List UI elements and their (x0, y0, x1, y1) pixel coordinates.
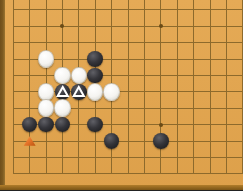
intersection-E6[interactable] (71, 84, 87, 100)
intersection-N4[interactable] (202, 116, 218, 132)
intersection-D9[interactable] (54, 34, 70, 50)
intersection-D7[interactable] (54, 67, 70, 83)
intersection-C11[interactable] (38, 2, 54, 18)
intersection-L7[interactable] (169, 67, 185, 83)
black-stone-E6 (71, 84, 87, 100)
black-stone-C4 (38, 117, 54, 133)
intersection-G5[interactable] (103, 100, 119, 116)
intersection-D8[interactable] (54, 51, 70, 67)
intersection-G1[interactable] (103, 166, 119, 182)
intersection-P3[interactable] (235, 133, 243, 149)
intersection-C1[interactable] (38, 166, 54, 182)
intersection-K5[interactable] (153, 100, 169, 116)
intersection-J4[interactable] (136, 116, 152, 132)
intersection-E2[interactable] (71, 149, 87, 165)
intersection-A2[interactable] (5, 149, 21, 165)
intersection-H9[interactable] (120, 34, 136, 50)
intersection-B4[interactable] (21, 116, 37, 132)
intersection-D10[interactable] (54, 18, 70, 34)
intersection-K11[interactable] (153, 2, 169, 18)
intersection-A6[interactable] (5, 84, 21, 100)
intersection-P2[interactable] (235, 149, 243, 165)
intersection-J3[interactable] (136, 133, 152, 149)
intersection-E3[interactable] (71, 133, 87, 149)
intersection-P10[interactable] (235, 18, 243, 34)
intersection-C4[interactable] (38, 116, 54, 132)
intersection-E7[interactable] (71, 67, 87, 83)
intersection-E8[interactable] (71, 51, 87, 67)
intersection-D4[interactable] (54, 116, 70, 132)
intersection-L9[interactable] (169, 34, 185, 50)
intersection-B10[interactable] (21, 18, 37, 34)
intersection-G9[interactable] (103, 34, 119, 50)
intersection-F2[interactable] (87, 149, 103, 165)
intersection-F1[interactable] (87, 166, 103, 182)
intersection-K2[interactable] (153, 149, 169, 165)
intersection-C5[interactable] (38, 100, 54, 116)
intersection-C10[interactable] (38, 18, 54, 34)
intersection-A4[interactable] (5, 116, 21, 132)
intersection-E4[interactable] (71, 116, 87, 132)
intersection-O6[interactable] (218, 84, 234, 100)
intersection-G10[interactable] (103, 18, 119, 34)
intersection-J8[interactable] (136, 51, 152, 67)
intersection-C7[interactable] (38, 67, 54, 83)
intersection-D1[interactable] (54, 166, 70, 182)
star-point-K4 (159, 123, 163, 127)
intersection-N6[interactable] (202, 84, 218, 100)
intersection-G6[interactable] (103, 84, 119, 100)
intersection-F7[interactable] (87, 67, 103, 83)
intersection-P11[interactable] (235, 2, 243, 18)
intersection-G7[interactable] (103, 67, 119, 83)
intersection-A8[interactable] (5, 51, 21, 67)
white-stone-C8 (38, 50, 54, 68)
intersection-C2[interactable] (38, 149, 54, 165)
board-bottom-edge (0, 185, 243, 191)
intersection-E9[interactable] (71, 34, 87, 50)
intersection-A7[interactable] (5, 67, 21, 83)
intersection-P9[interactable] (235, 34, 243, 50)
intersection-J10[interactable] (136, 18, 152, 34)
black-stone-D4 (55, 117, 71, 133)
intersection-B3[interactable] (21, 133, 37, 149)
board-left-edge (0, 0, 5, 190)
intersection-F6[interactable] (87, 84, 103, 100)
intersection-K7[interactable] (153, 67, 169, 83)
intersection-O5[interactable] (218, 100, 234, 116)
intersection-P8[interactable] (235, 51, 243, 67)
black-stone-F4 (87, 117, 103, 133)
intersection-M1[interactable] (185, 166, 201, 182)
intersection-J2[interactable] (136, 149, 152, 165)
intersection-O10[interactable] (218, 18, 234, 34)
intersection-H7[interactable] (120, 67, 136, 83)
intersection-F9[interactable] (87, 34, 103, 50)
intersection-O4[interactable] (218, 116, 234, 132)
intersection-M3[interactable] (185, 133, 201, 149)
intersection-O3[interactable] (218, 133, 234, 149)
intersection-C8[interactable] (38, 51, 54, 67)
go-board (5, 2, 243, 182)
intersection-G4[interactable] (103, 116, 119, 132)
intersection-L5[interactable] (169, 100, 185, 116)
intersection-E1[interactable] (71, 166, 87, 182)
intersection-A3[interactable] (5, 133, 21, 149)
orange-triangle-marker-B3 (23, 136, 36, 147)
intersection-J7[interactable] (136, 67, 152, 83)
white-stone-C6 (38, 83, 54, 101)
intersection-N5[interactable] (202, 100, 218, 116)
intersection-K10[interactable] (153, 18, 169, 34)
intersection-B1[interactable] (21, 166, 37, 182)
intersection-M4[interactable] (185, 116, 201, 132)
intersection-M5[interactable] (185, 100, 201, 116)
intersection-L6[interactable] (169, 84, 185, 100)
intersection-A10[interactable] (5, 18, 21, 34)
intersection-A5[interactable] (5, 100, 21, 116)
intersection-O1[interactable] (218, 166, 234, 182)
intersection-G11[interactable] (103, 2, 119, 18)
intersection-N11[interactable] (202, 2, 218, 18)
intersection-H5[interactable] (120, 100, 136, 116)
intersection-O11[interactable] (218, 2, 234, 18)
white-triangle-mark-icon (71, 84, 87, 100)
white-stone-E7 (71, 67, 87, 85)
intersection-H4[interactable] (120, 116, 136, 132)
intersection-J9[interactable] (136, 34, 152, 50)
intersection-C6[interactable] (38, 84, 54, 100)
intersection-F11[interactable] (87, 2, 103, 18)
intersection-E10[interactable] (71, 18, 87, 34)
intersection-F8[interactable] (87, 51, 103, 67)
intersection-E11[interactable] (71, 2, 87, 18)
intersection-L1[interactable] (169, 166, 185, 182)
intersection-B2[interactable] (21, 149, 37, 165)
intersection-N1[interactable] (202, 166, 218, 182)
star-point-K10 (159, 24, 163, 28)
intersection-B6[interactable] (21, 84, 37, 100)
intersection-F10[interactable] (87, 18, 103, 34)
intersection-N8[interactable] (202, 51, 218, 67)
black-stone-G3 (104, 133, 120, 149)
intersection-N9[interactable] (202, 34, 218, 50)
intersection-K3[interactable] (153, 133, 169, 149)
intersection-F3[interactable] (87, 133, 103, 149)
intersection-L11[interactable] (169, 2, 185, 18)
intersection-G3[interactable] (103, 133, 119, 149)
intersection-D11[interactable] (54, 2, 70, 18)
intersection-B7[interactable] (21, 67, 37, 83)
intersection-M2[interactable] (185, 149, 201, 165)
black-stone-K3 (153, 133, 169, 149)
intersection-H11[interactable] (120, 2, 136, 18)
white-stone-C5 (38, 99, 54, 117)
intersection-K8[interactable] (153, 51, 169, 67)
white-stone-G6 (103, 83, 119, 101)
intersection-C9[interactable] (38, 34, 54, 50)
intersection-G8[interactable] (103, 51, 119, 67)
intersection-M11[interactable] (185, 2, 201, 18)
intersection-N2[interactable] (202, 149, 218, 165)
intersection-C3[interactable] (38, 133, 54, 149)
intersection-O2[interactable] (218, 149, 234, 165)
intersection-F4[interactable] (87, 116, 103, 132)
intersection-L4[interactable] (169, 116, 185, 132)
intersection-P4[interactable] (235, 116, 243, 132)
intersection-M10[interactable] (185, 18, 201, 34)
intersection-H3[interactable] (120, 133, 136, 149)
intersection-D5[interactable] (54, 100, 70, 116)
black-stone-D6 (55, 84, 71, 100)
intersection-N3[interactable] (202, 133, 218, 149)
intersection-L10[interactable] (169, 18, 185, 34)
intersection-M9[interactable] (185, 34, 201, 50)
intersection-J5[interactable] (136, 100, 152, 116)
intersection-L8[interactable] (169, 51, 185, 67)
intersection-P7[interactable] (235, 67, 243, 83)
intersection-J6[interactable] (136, 84, 152, 100)
intersection-O9[interactable] (218, 34, 234, 50)
intersection-A9[interactable] (5, 34, 21, 50)
intersection-H8[interactable] (120, 51, 136, 67)
intersection-D3[interactable] (54, 133, 70, 149)
intersection-B8[interactable] (21, 51, 37, 67)
intersection-L2[interactable] (169, 149, 185, 165)
black-stone-F7 (87, 68, 103, 84)
star-point-D10 (60, 24, 64, 28)
intersection-F5[interactable] (87, 100, 103, 116)
intersection-N10[interactable] (202, 18, 218, 34)
intersection-D6[interactable] (54, 84, 70, 100)
white-triangle-mark-icon (55, 84, 71, 100)
white-stone-F6 (87, 83, 103, 101)
intersection-A11[interactable] (5, 2, 21, 18)
intersection-L3[interactable] (169, 133, 185, 149)
intersection-E5[interactable] (71, 100, 87, 116)
intersection-A1[interactable] (5, 166, 21, 182)
intersection-G2[interactable] (103, 149, 119, 165)
intersection-K9[interactable] (153, 34, 169, 50)
intersection-O8[interactable] (218, 51, 234, 67)
intersection-P6[interactable] (235, 84, 243, 100)
intersection-H6[interactable] (120, 84, 136, 100)
intersection-H1[interactable] (120, 166, 136, 182)
intersection-J1[interactable] (136, 166, 152, 182)
intersection-M6[interactable] (185, 84, 201, 100)
intersection-B11[interactable] (21, 2, 37, 18)
intersection-M7[interactable] (185, 67, 201, 83)
go-board-screen (0, 0, 243, 190)
intersection-P1[interactable] (235, 166, 243, 182)
intersection-H2[interactable] (120, 149, 136, 165)
intersection-K4[interactable] (153, 116, 169, 132)
black-stone-B4 (22, 117, 38, 133)
intersection-K6[interactable] (153, 84, 169, 100)
intersection-P5[interactable] (235, 100, 243, 116)
intersection-K1[interactable] (153, 166, 169, 182)
black-stone-F8 (87, 51, 103, 67)
intersection-D2[interactable] (54, 149, 70, 165)
intersection-H10[interactable] (120, 18, 136, 34)
intersection-N7[interactable] (202, 67, 218, 83)
white-stone-D5 (54, 99, 70, 117)
intersection-J11[interactable] (136, 2, 152, 18)
intersection-B9[interactable] (21, 34, 37, 50)
intersection-O7[interactable] (218, 67, 234, 83)
intersection-B5[interactable] (21, 100, 37, 116)
white-stone-D7 (54, 67, 70, 85)
intersection-M8[interactable] (185, 51, 201, 67)
